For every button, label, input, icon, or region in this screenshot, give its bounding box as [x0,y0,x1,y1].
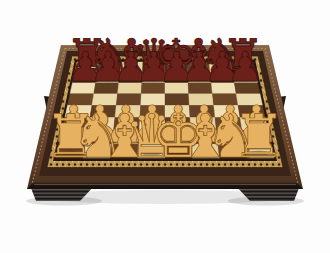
piece-white-rook-h1[interactable]: ♜ [232,106,286,166]
front-edge-lip [27,183,303,190]
chess-set-photo: ♜♞♝♛♚♝♞♜♟♟♟♟♟♟♟♟♟♟♟♟♟♟♟♟♜♞♝♛♚♝♞♜ [0,0,330,253]
piece-black-pawn-h7[interactable]: ♟ [227,47,264,88]
